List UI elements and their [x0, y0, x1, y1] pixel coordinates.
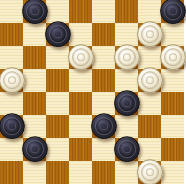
white-man[interactable] — [137, 21, 163, 47]
square-r6c2 — [46, 138, 69, 161]
square-r3c6[interactable] — [138, 69, 161, 92]
square-r5c4[interactable] — [92, 115, 115, 138]
square-r7c7 — [161, 161, 184, 184]
square-r1c4[interactable] — [92, 23, 115, 46]
square-r2c1[interactable] — [23, 46, 46, 69]
white-man[interactable] — [68, 44, 94, 70]
square-r7c6[interactable] — [138, 161, 161, 184]
square-r4c7[interactable] — [161, 92, 184, 115]
square-r4c3[interactable] — [69, 92, 92, 115]
black-man[interactable] — [114, 90, 140, 116]
square-r4c5[interactable] — [115, 92, 138, 115]
square-r6c4 — [92, 138, 115, 161]
square-r0c6 — [138, 0, 161, 23]
square-r3c2[interactable] — [46, 69, 69, 92]
square-r6c1[interactable] — [23, 138, 46, 161]
square-r7c1 — [23, 161, 46, 184]
square-r2c4 — [92, 46, 115, 69]
white-man[interactable] — [114, 44, 140, 70]
black-man[interactable] — [0, 113, 25, 139]
square-r3c5 — [115, 69, 138, 92]
square-r6c3[interactable] — [69, 138, 92, 161]
square-r2c3[interactable] — [69, 46, 92, 69]
black-man[interactable] — [160, 0, 186, 24]
black-man[interactable] — [114, 136, 140, 162]
white-man[interactable] — [160, 44, 186, 70]
square-r3c1 — [23, 69, 46, 92]
square-r7c0[interactable] — [0, 161, 23, 184]
square-r0c2 — [46, 0, 69, 23]
square-r2c6 — [138, 46, 161, 69]
square-r6c7[interactable] — [161, 138, 184, 161]
square-r5c1 — [23, 115, 46, 138]
square-r5c6[interactable] — [138, 115, 161, 138]
square-r0c7[interactable] — [161, 0, 184, 23]
square-r1c0[interactable] — [0, 23, 23, 46]
checkers-board — [0, 0, 184, 184]
square-r4c6 — [138, 92, 161, 115]
square-r2c5[interactable] — [115, 46, 138, 69]
black-man[interactable] — [22, 136, 48, 162]
square-r7c2[interactable] — [46, 161, 69, 184]
square-r1c7 — [161, 23, 184, 46]
square-r3c0[interactable] — [0, 69, 23, 92]
square-r0c1[interactable] — [23, 0, 46, 23]
square-r1c6[interactable] — [138, 23, 161, 46]
square-r2c7[interactable] — [161, 46, 184, 69]
square-r1c2[interactable] — [46, 23, 69, 46]
square-r5c3 — [69, 115, 92, 138]
white-man[interactable] — [137, 159, 163, 184]
square-r4c4 — [92, 92, 115, 115]
black-man[interactable] — [22, 0, 48, 24]
square-r3c4[interactable] — [92, 69, 115, 92]
black-man[interactable] — [45, 21, 71, 47]
square-r6c5[interactable] — [115, 138, 138, 161]
square-r1c5 — [115, 23, 138, 46]
square-r0c5[interactable] — [115, 0, 138, 23]
square-r6c0 — [0, 138, 23, 161]
square-r2c2 — [46, 46, 69, 69]
square-r3c7 — [161, 69, 184, 92]
black-man[interactable] — [91, 113, 117, 139]
square-r7c5 — [115, 161, 138, 184]
square-r4c1[interactable] — [23, 92, 46, 115]
square-r2c0 — [0, 46, 23, 69]
square-r6c6 — [138, 138, 161, 161]
square-r4c2 — [46, 92, 69, 115]
square-r5c2[interactable] — [46, 115, 69, 138]
square-r7c3 — [69, 161, 92, 184]
square-r0c0 — [0, 0, 23, 23]
square-r5c0[interactable] — [0, 115, 23, 138]
square-r5c5 — [115, 115, 138, 138]
square-r1c3 — [69, 23, 92, 46]
square-r3c3 — [69, 69, 92, 92]
white-man[interactable] — [137, 67, 163, 93]
square-r1c1 — [23, 23, 46, 46]
white-man[interactable] — [0, 67, 25, 93]
square-r0c3[interactable] — [69, 0, 92, 23]
square-r0c4 — [92, 0, 115, 23]
square-r5c7 — [161, 115, 184, 138]
square-r7c4[interactable] — [92, 161, 115, 184]
square-r4c0 — [0, 92, 23, 115]
